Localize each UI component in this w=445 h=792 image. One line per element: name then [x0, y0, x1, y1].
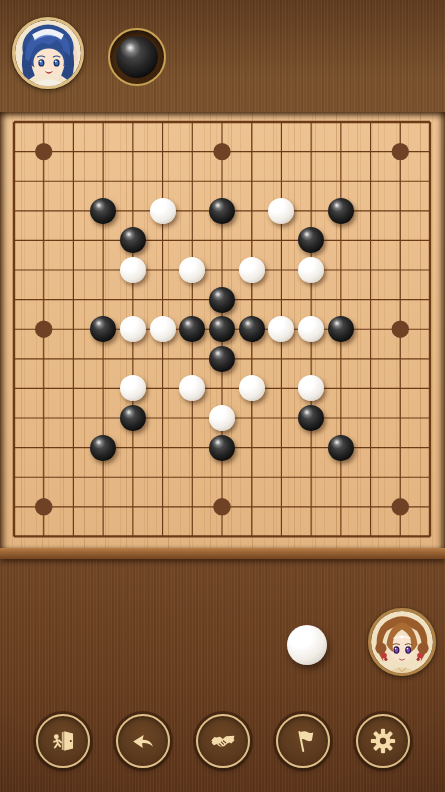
stone-black: [239, 316, 265, 342]
board-front-edge: [0, 548, 445, 559]
exit-button[interactable]: [36, 714, 90, 768]
stone-black: [328, 198, 354, 224]
toolbar: [0, 714, 445, 770]
handshake-icon: [209, 727, 237, 755]
stone-black: [90, 198, 116, 224]
stone-black: [209, 346, 235, 372]
white-stone-indicator: [287, 625, 327, 665]
stone-black: [298, 405, 324, 431]
stone-black: [120, 405, 146, 431]
resign-button[interactable]: [276, 714, 330, 768]
stone-white: [209, 405, 235, 431]
stone-white: [150, 198, 176, 224]
stone-white: [150, 316, 176, 342]
stone-black: [328, 435, 354, 461]
stone-white: [120, 316, 146, 342]
stone-white: [239, 375, 265, 401]
settings-button[interactable]: [356, 714, 410, 768]
opponent-avatar[interactable]: [12, 17, 84, 89]
stone-black: [209, 435, 235, 461]
stone-black: [328, 316, 354, 342]
stone-black: [90, 435, 116, 461]
undo-arrow-icon: [129, 727, 157, 755]
stone-black: [209, 198, 235, 224]
stone-black: [209, 316, 235, 342]
stone-white: [239, 257, 265, 283]
stone-white: [120, 257, 146, 283]
exit-door-icon: [49, 727, 77, 755]
draw-button[interactable]: [196, 714, 250, 768]
player-portrait: [371, 611, 433, 673]
flag-icon: [289, 727, 317, 755]
player-avatar[interactable]: [368, 608, 436, 676]
black-stone-icon: [116, 36, 158, 78]
black-stone-indicator: [108, 28, 166, 86]
stone-white: [298, 257, 324, 283]
undo-button[interactable]: [116, 714, 170, 768]
stone-black: [209, 287, 235, 313]
opponent-portrait: [15, 20, 81, 86]
gomoku-game-screen: [0, 0, 445, 792]
gomoku-board[interactable]: [0, 112, 445, 548]
gear-icon: [369, 727, 397, 755]
